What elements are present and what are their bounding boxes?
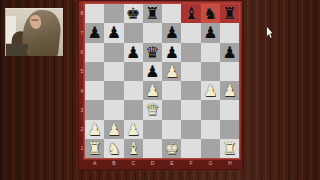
square-f6[interactable]	[181, 43, 200, 62]
square-e5[interactable]: ♟	[162, 62, 181, 81]
white-pawn: ♟	[220, 81, 239, 100]
square-h2[interactable]	[220, 120, 239, 139]
stream-screen: ♚♜♝♞♜♟♟♟♟♟♛♟♟♟♟♟♟♟♛♟♟♟♜♞♝♚♜ 87654321 ABC…	[0, 0, 320, 180]
square-a7[interactable]: ♟	[85, 23, 104, 42]
black-pawn: ♟	[124, 43, 143, 62]
chess-board-frame: ♚♜♝♞♜♟♟♟♟♟♛♟♟♟♟♟♟♟♛♟♟♟♜♞♝♚♜ 87654321 ABC…	[78, 0, 243, 170]
square-b8[interactable]	[104, 4, 123, 23]
square-d3[interactable]: ♛	[143, 100, 162, 119]
square-f1[interactable]	[181, 139, 200, 158]
square-g6[interactable]	[201, 43, 220, 62]
square-g7[interactable]: ♟	[201, 23, 220, 42]
square-c3[interactable]	[124, 100, 143, 119]
square-f7[interactable]	[181, 23, 200, 42]
square-c7[interactable]	[124, 23, 143, 42]
square-b1[interactable]: ♞	[104, 139, 123, 158]
rank-label-7: 7	[80, 30, 85, 37]
black-queen: ♛	[143, 43, 162, 62]
square-f5[interactable]	[181, 62, 200, 81]
file-label-c: C	[130, 160, 136, 167]
square-a5[interactable]	[85, 62, 104, 81]
square-a4[interactable]	[85, 81, 104, 100]
square-h3[interactable]	[220, 100, 239, 119]
black-pawn: ♟	[104, 23, 123, 42]
white-king: ♚	[162, 139, 181, 158]
webcam-person-body	[5, 44, 28, 56]
white-rook: ♜	[220, 139, 239, 158]
white-pawn: ♟	[85, 120, 104, 139]
webcam-person-face	[31, 19, 39, 21]
square-b2[interactable]: ♟	[104, 120, 123, 139]
square-b6[interactable]	[104, 43, 123, 62]
square-d2[interactable]	[143, 120, 162, 139]
rank-label-2: 2	[80, 126, 85, 133]
square-g2[interactable]	[201, 120, 220, 139]
white-knight: ♞	[104, 139, 123, 158]
square-e2[interactable]	[162, 120, 181, 139]
square-f3[interactable]	[181, 100, 200, 119]
square-c2[interactable]: ♟	[124, 120, 143, 139]
square-h5[interactable]	[220, 62, 239, 81]
square-h6[interactable]: ♟	[220, 43, 239, 62]
square-a6[interactable]	[85, 43, 104, 62]
file-label-f: F	[188, 160, 194, 167]
square-c1[interactable]: ♝	[124, 139, 143, 158]
black-pawn: ♟	[85, 23, 104, 42]
rank-label-4: 4	[80, 88, 85, 95]
file-label-b: B	[111, 160, 117, 167]
white-pawn: ♟	[124, 120, 143, 139]
file-label-e: E	[169, 160, 175, 167]
square-e7[interactable]: ♟	[162, 23, 181, 42]
square-d7[interactable]	[143, 23, 162, 42]
black-pawn: ♟	[201, 23, 220, 42]
square-h4[interactable]: ♟	[220, 81, 239, 100]
white-pawn: ♟	[104, 120, 123, 139]
square-h1[interactable]: ♜	[220, 139, 239, 158]
square-f8[interactable]: ♝	[181, 4, 200, 23]
square-d1[interactable]	[143, 139, 162, 158]
black-pawn: ♟	[143, 62, 162, 81]
square-h7[interactable]	[220, 23, 239, 42]
square-f2[interactable]	[181, 120, 200, 139]
square-d4[interactable]: ♟	[143, 81, 162, 100]
square-g3[interactable]	[201, 100, 220, 119]
square-d8[interactable]: ♜	[143, 4, 162, 23]
rank-label-6: 6	[80, 49, 85, 56]
square-e8[interactable]	[162, 4, 181, 23]
white-rook: ♜	[85, 139, 104, 158]
square-g8[interactable]: ♞	[201, 4, 220, 23]
square-b5[interactable]	[104, 62, 123, 81]
mouse-cursor-icon	[267, 27, 274, 38]
rank-label-8: 8	[80, 10, 85, 17]
square-e1[interactable]: ♚	[162, 139, 181, 158]
square-g5[interactable]	[201, 62, 220, 81]
file-label-g: G	[207, 160, 213, 167]
square-c4[interactable]	[124, 81, 143, 100]
black-pawn: ♟	[162, 43, 181, 62]
white-queen: ♛	[143, 100, 162, 119]
file-label-h: H	[227, 160, 233, 167]
black-pawn: ♟	[162, 23, 181, 42]
square-a2[interactable]: ♟	[85, 120, 104, 139]
black-knight: ♞	[201, 4, 220, 23]
square-d6[interactable]: ♛	[143, 43, 162, 62]
file-label-a: A	[92, 160, 98, 167]
square-d5[interactable]: ♟	[143, 62, 162, 81]
square-g1[interactable]	[201, 139, 220, 158]
file-label-d: D	[150, 160, 156, 167]
streamer-webcam	[5, 8, 63, 56]
chess-board: ♚♜♝♞♜♟♟♟♟♟♛♟♟♟♟♟♟♟♛♟♟♟♜♞♝♚♜	[85, 4, 239, 158]
square-f4[interactable]	[181, 81, 200, 100]
square-e3[interactable]	[162, 100, 181, 119]
white-pawn: ♟	[143, 81, 162, 100]
black-pawn: ♟	[220, 43, 239, 62]
square-c8[interactable]: ♚	[124, 4, 143, 23]
square-a1[interactable]: ♜	[85, 139, 104, 158]
rank-label-1: 1	[80, 145, 85, 152]
white-pawn: ♟	[162, 62, 181, 81]
black-rook: ♜	[220, 4, 239, 23]
white-bishop: ♝	[124, 139, 143, 158]
square-b7[interactable]: ♟	[104, 23, 123, 42]
black-king: ♚	[124, 4, 143, 23]
square-c5[interactable]	[124, 62, 143, 81]
square-g4[interactable]: ♟	[201, 81, 220, 100]
square-e6[interactable]: ♟	[162, 43, 181, 62]
square-h8[interactable]: ♜	[220, 4, 239, 23]
black-rook: ♜	[143, 4, 162, 23]
rank-label-3: 3	[80, 107, 85, 114]
square-b4[interactable]	[104, 81, 123, 100]
square-c6[interactable]: ♟	[124, 43, 143, 62]
black-bishop: ♝	[181, 4, 200, 23]
square-e4[interactable]	[162, 81, 181, 100]
square-b3[interactable]	[104, 100, 123, 119]
square-a8[interactable]	[85, 4, 104, 23]
square-a3[interactable]	[85, 100, 104, 119]
rank-label-5: 5	[80, 68, 85, 75]
white-pawn: ♟	[201, 81, 220, 100]
